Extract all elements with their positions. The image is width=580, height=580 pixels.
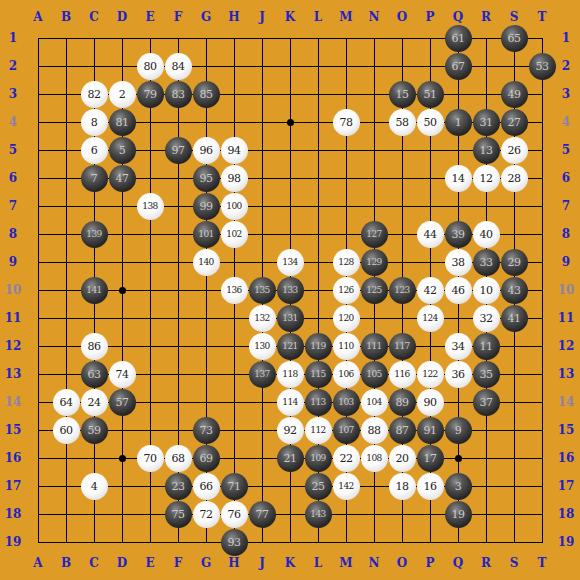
stone-white-S6: 28 <box>501 165 528 192</box>
move-number: 3 <box>455 480 462 493</box>
col-label-bottom: T <box>530 556 554 570</box>
move-number: 139 <box>86 229 102 239</box>
stone-white-C14: 24 <box>81 389 108 416</box>
stone-black-H19: 93 <box>221 529 248 556</box>
stone-black-N13: 105 <box>361 361 388 388</box>
stone-black-C15: 59 <box>81 417 108 444</box>
move-number: 103 <box>338 397 354 407</box>
stone-black-K12: 121 <box>277 333 304 360</box>
stone-white-M11: 120 <box>333 305 360 332</box>
col-label-top: H <box>222 10 246 24</box>
move-number: 29 <box>508 256 521 269</box>
move-number: 100 <box>226 201 242 211</box>
row-label-left: 18 <box>1 507 25 521</box>
stone-black-G3: 85 <box>193 81 220 108</box>
stone-black-Q18: 19 <box>445 501 472 528</box>
row-label-right: 14 <box>554 395 578 409</box>
move-number: 35 <box>480 368 493 381</box>
move-number: 27 <box>508 116 521 129</box>
col-label-top: Q <box>446 10 470 24</box>
move-number: 118 <box>282 369 298 379</box>
go-board[interactable]: AA11BB22CC33DD44EE55FF66GG77HH88JJ99KK10… <box>0 0 580 580</box>
stone-black-S3: 49 <box>501 81 528 108</box>
col-label-bottom: P <box>418 556 442 570</box>
col-label-bottom: G <box>194 556 218 570</box>
move-number: 33 <box>480 256 493 269</box>
move-number: 20 <box>396 452 409 465</box>
stone-black-R4: 31 <box>473 109 500 136</box>
move-number: 26 <box>508 144 521 157</box>
col-label-top: E <box>138 10 162 24</box>
col-label-top: B <box>54 10 78 24</box>
stone-black-P3: 51 <box>417 81 444 108</box>
stone-black-F5: 97 <box>165 137 192 164</box>
move-number: 68 <box>172 452 185 465</box>
move-number: 84 <box>172 60 185 73</box>
move-number: 99 <box>200 200 213 213</box>
move-number: 67 <box>452 60 465 73</box>
stone-black-T2: 53 <box>529 53 556 80</box>
move-number: 12 <box>480 172 493 185</box>
move-number: 131 <box>282 313 298 323</box>
stone-white-M17: 142 <box>333 473 360 500</box>
stone-white-O17: 18 <box>389 473 416 500</box>
stone-black-O12: 117 <box>389 333 416 360</box>
col-label-top: O <box>390 10 414 24</box>
row-label-right: 11 <box>554 311 578 325</box>
move-number: 60 <box>60 424 73 437</box>
stone-white-M16: 22 <box>333 445 360 472</box>
stone-white-E16: 70 <box>137 445 164 472</box>
move-number: 49 <box>508 88 521 101</box>
stone-black-M14: 103 <box>333 389 360 416</box>
move-number: 61 <box>452 32 465 45</box>
stone-black-Q17: 3 <box>445 473 472 500</box>
move-number: 43 <box>508 284 521 297</box>
move-number: 51 <box>424 88 437 101</box>
stone-black-L17: 25 <box>305 473 332 500</box>
col-label-bottom: N <box>362 556 386 570</box>
stone-white-O4: 58 <box>389 109 416 136</box>
move-number: 44 <box>424 228 437 241</box>
move-number: 129 <box>366 257 382 267</box>
move-number: 88 <box>368 424 381 437</box>
stone-black-Q2: 67 <box>445 53 472 80</box>
stone-white-C17: 4 <box>81 473 108 500</box>
stone-white-P11: 124 <box>417 305 444 332</box>
move-number: 116 <box>394 369 410 379</box>
col-label-bottom: J <box>250 556 274 570</box>
row-label-right: 12 <box>554 339 578 353</box>
move-number: 109 <box>310 453 326 463</box>
row-label-left: 16 <box>1 451 25 465</box>
move-number: 87 <box>396 424 409 437</box>
move-number: 2 <box>119 88 126 101</box>
stone-white-P10: 42 <box>417 277 444 304</box>
stone-black-N10: 125 <box>361 277 388 304</box>
move-number: 126 <box>338 285 354 295</box>
col-label-bottom: D <box>110 556 134 570</box>
row-label-right: 3 <box>554 87 578 101</box>
move-number: 122 <box>422 369 438 379</box>
star-point <box>119 455 126 462</box>
move-number: 38 <box>452 256 465 269</box>
move-number: 92 <box>284 424 297 437</box>
stone-white-Q13: 36 <box>445 361 472 388</box>
move-number: 58 <box>396 116 409 129</box>
row-label-right: 19 <box>554 535 578 549</box>
stone-black-S9: 29 <box>501 249 528 276</box>
stone-black-Q8: 39 <box>445 221 472 248</box>
stone-black-Q4: 1 <box>445 109 472 136</box>
move-number: 117 <box>394 341 410 351</box>
col-label-top: C <box>82 10 106 24</box>
stone-black-O3: 15 <box>389 81 416 108</box>
col-label-top: G <box>194 10 218 24</box>
stone-black-L12: 119 <box>305 333 332 360</box>
move-number: 4 <box>91 480 98 493</box>
row-label-left: 8 <box>1 227 25 241</box>
move-number: 57 <box>116 396 129 409</box>
move-number: 83 <box>172 88 185 101</box>
col-label-bottom: L <box>306 556 330 570</box>
stone-white-G9: 140 <box>193 249 220 276</box>
move-number: 13 <box>480 144 493 157</box>
move-number: 69 <box>200 452 213 465</box>
stone-black-S10: 43 <box>501 277 528 304</box>
stone-white-J11: 132 <box>249 305 276 332</box>
row-label-left: 11 <box>1 311 25 325</box>
move-number: 141 <box>86 285 102 295</box>
move-number: 85 <box>200 88 213 101</box>
move-number: 72 <box>200 508 213 521</box>
stone-white-N15: 88 <box>361 417 388 444</box>
stone-black-M15: 107 <box>333 417 360 444</box>
move-number: 28 <box>508 172 521 185</box>
stone-white-O16: 20 <box>389 445 416 472</box>
row-label-right: 9 <box>554 255 578 269</box>
star-point <box>455 455 462 462</box>
move-number: 94 <box>228 144 241 157</box>
stone-white-E2: 80 <box>137 53 164 80</box>
move-number: 110 <box>338 341 354 351</box>
stone-black-Q1: 61 <box>445 25 472 52</box>
row-label-right: 5 <box>554 143 578 157</box>
stone-black-R13: 35 <box>473 361 500 388</box>
stone-black-J18: 77 <box>249 501 276 528</box>
move-number: 32 <box>480 312 493 325</box>
row-label-left: 7 <box>1 199 25 213</box>
move-number: 79 <box>144 88 157 101</box>
move-number: 42 <box>424 284 437 297</box>
stone-white-P17: 16 <box>417 473 444 500</box>
stone-black-R14: 37 <box>473 389 500 416</box>
row-label-right: 6 <box>554 171 578 185</box>
star-point <box>287 119 294 126</box>
move-number: 66 <box>200 480 213 493</box>
col-label-top: F <box>166 10 190 24</box>
stone-black-L16: 109 <box>305 445 332 472</box>
stone-white-K13: 118 <box>277 361 304 388</box>
move-number: 112 <box>310 425 326 435</box>
move-number: 143 <box>310 509 326 519</box>
stone-white-M12: 110 <box>333 333 360 360</box>
stone-white-D3: 2 <box>109 81 136 108</box>
stone-black-R5: 13 <box>473 137 500 164</box>
stone-black-H17: 71 <box>221 473 248 500</box>
col-label-bottom: C <box>82 556 106 570</box>
col-label-bottom: K <box>278 556 302 570</box>
stone-white-P4: 50 <box>417 109 444 136</box>
col-label-bottom: R <box>474 556 498 570</box>
stone-black-R9: 33 <box>473 249 500 276</box>
row-label-left: 17 <box>1 479 25 493</box>
stone-white-H6: 98 <box>221 165 248 192</box>
stone-black-D5: 5 <box>109 137 136 164</box>
move-number: 71 <box>228 480 241 493</box>
stone-white-H18: 76 <box>221 501 248 528</box>
col-label-bottom: S <box>502 556 526 570</box>
move-number: 46 <box>452 284 465 297</box>
move-number: 59 <box>88 424 101 437</box>
stone-white-Q9: 38 <box>445 249 472 276</box>
stone-black-L18: 143 <box>305 501 332 528</box>
move-number: 9 <box>455 424 462 437</box>
stone-white-G5: 96 <box>193 137 220 164</box>
col-label-bottom: O <box>390 556 414 570</box>
move-number: 10 <box>480 284 493 297</box>
row-label-left: 14 <box>1 395 25 409</box>
row-label-left: 6 <box>1 171 25 185</box>
move-number: 22 <box>340 452 353 465</box>
move-number: 31 <box>480 116 493 129</box>
move-number: 7 <box>91 172 98 185</box>
stone-black-G6: 95 <box>193 165 220 192</box>
move-number: 134 <box>282 257 298 267</box>
stone-white-C3: 82 <box>81 81 108 108</box>
move-number: 17 <box>424 452 437 465</box>
stone-white-R6: 12 <box>473 165 500 192</box>
stone-white-M9: 128 <box>333 249 360 276</box>
move-number: 47 <box>116 172 129 185</box>
row-label-left: 2 <box>1 59 25 73</box>
row-label-left: 10 <box>1 283 25 297</box>
move-number: 50 <box>424 116 437 129</box>
row-label-left: 5 <box>1 143 25 157</box>
stone-white-D13: 74 <box>109 361 136 388</box>
stone-white-H5: 94 <box>221 137 248 164</box>
move-number: 133 <box>282 285 298 295</box>
stone-white-H10: 136 <box>221 277 248 304</box>
row-label-left: 3 <box>1 87 25 101</box>
move-number: 104 <box>366 397 382 407</box>
stone-white-R11: 32 <box>473 305 500 332</box>
move-number: 74 <box>116 368 129 381</box>
move-number: 21 <box>284 452 297 465</box>
move-number: 77 <box>256 508 269 521</box>
col-label-top: M <box>334 10 358 24</box>
stone-black-P15: 91 <box>417 417 444 444</box>
stone-black-D4: 81 <box>109 109 136 136</box>
col-label-bottom: F <box>166 556 190 570</box>
stone-black-D6: 47 <box>109 165 136 192</box>
col-label-top: P <box>418 10 442 24</box>
row-label-left: 19 <box>1 535 25 549</box>
stone-white-H8: 102 <box>221 221 248 248</box>
stone-black-Q15: 9 <box>445 417 472 444</box>
grid-line-horizontal <box>38 542 543 543</box>
stone-white-K15: 92 <box>277 417 304 444</box>
move-number: 93 <box>228 536 241 549</box>
stone-black-O14: 89 <box>389 389 416 416</box>
move-number: 39 <box>452 228 465 241</box>
stone-black-C13: 63 <box>81 361 108 388</box>
move-number: 75 <box>172 508 185 521</box>
col-label-top: S <box>502 10 526 24</box>
stone-white-K14: 114 <box>277 389 304 416</box>
move-number: 127 <box>366 229 382 239</box>
stone-black-S1: 65 <box>501 25 528 52</box>
move-number: 140 <box>198 257 214 267</box>
stone-white-Q10: 46 <box>445 277 472 304</box>
stone-white-R10: 10 <box>473 277 500 304</box>
col-label-bottom: A <box>26 556 50 570</box>
row-label-left: 12 <box>1 339 25 353</box>
move-number: 123 <box>394 285 410 295</box>
stone-black-E3: 79 <box>137 81 164 108</box>
row-label-right: 15 <box>554 423 578 437</box>
stone-white-F2: 84 <box>165 53 192 80</box>
stone-black-L13: 115 <box>305 361 332 388</box>
stone-black-G16: 69 <box>193 445 220 472</box>
stone-white-N14: 104 <box>361 389 388 416</box>
stone-white-P13: 122 <box>417 361 444 388</box>
stone-white-K9: 134 <box>277 249 304 276</box>
move-number: 8 <box>91 116 98 129</box>
stone-black-D14: 57 <box>109 389 136 416</box>
move-number: 40 <box>480 228 493 241</box>
move-number: 105 <box>366 369 382 379</box>
stone-white-E7: 138 <box>137 193 164 220</box>
move-number: 76 <box>228 508 241 521</box>
stone-black-G7: 99 <box>193 193 220 220</box>
move-number: 91 <box>424 424 437 437</box>
move-number: 98 <box>228 172 241 185</box>
move-number: 108 <box>366 453 382 463</box>
move-number: 128 <box>338 257 354 267</box>
stone-black-L14: 113 <box>305 389 332 416</box>
move-number: 41 <box>508 312 521 325</box>
move-number: 120 <box>338 313 354 323</box>
stone-white-P8: 44 <box>417 221 444 248</box>
stone-black-J13: 137 <box>249 361 276 388</box>
move-number: 73 <box>200 424 213 437</box>
move-number: 78 <box>340 116 353 129</box>
move-number: 115 <box>310 369 326 379</box>
row-label-right: 1 <box>554 31 578 45</box>
move-number: 36 <box>452 368 465 381</box>
move-number: 102 <box>226 229 242 239</box>
row-label-left: 15 <box>1 423 25 437</box>
stone-black-S4: 27 <box>501 109 528 136</box>
row-label-left: 4 <box>1 115 25 129</box>
col-label-top: J <box>250 10 274 24</box>
stone-black-S11: 41 <box>501 305 528 332</box>
stone-white-M10: 126 <box>333 277 360 304</box>
move-number: 19 <box>452 508 465 521</box>
move-number: 34 <box>452 340 465 353</box>
stone-white-C12: 86 <box>81 333 108 360</box>
col-label-top: D <box>110 10 134 24</box>
move-number: 37 <box>480 396 493 409</box>
move-number: 132 <box>254 313 270 323</box>
row-label-right: 2 <box>554 59 578 73</box>
move-number: 65 <box>508 32 521 45</box>
stone-white-N16: 108 <box>361 445 388 472</box>
stone-white-F16: 68 <box>165 445 192 472</box>
grid-line-vertical <box>542 38 543 543</box>
stone-black-K11: 131 <box>277 305 304 332</box>
move-number: 97 <box>172 144 185 157</box>
move-number: 107 <box>338 425 354 435</box>
col-label-bottom: B <box>54 556 78 570</box>
row-label-right: 4 <box>554 115 578 129</box>
row-label-left: 1 <box>1 31 25 45</box>
row-label-right: 10 <box>554 283 578 297</box>
star-point <box>119 287 126 294</box>
stone-white-C5: 6 <box>81 137 108 164</box>
stone-black-G15: 73 <box>193 417 220 444</box>
move-number: 80 <box>144 60 157 73</box>
stone-black-C8: 139 <box>81 221 108 248</box>
col-label-bottom: H <box>222 556 246 570</box>
move-number: 63 <box>88 368 101 381</box>
move-number: 111 <box>366 341 382 351</box>
col-label-bottom: M <box>334 556 358 570</box>
col-label-top: R <box>474 10 498 24</box>
move-number: 124 <box>422 313 438 323</box>
col-label-top: L <box>306 10 330 24</box>
move-number: 64 <box>60 396 73 409</box>
stone-white-J12: 130 <box>249 333 276 360</box>
col-label-bottom: E <box>138 556 162 570</box>
stone-white-B15: 60 <box>53 417 80 444</box>
stone-white-P14: 90 <box>417 389 444 416</box>
stone-white-G17: 66 <box>193 473 220 500</box>
stone-black-K16: 21 <box>277 445 304 472</box>
move-number: 16 <box>424 480 437 493</box>
move-number: 14 <box>452 172 465 185</box>
move-number: 6 <box>91 144 98 157</box>
move-number: 90 <box>424 396 437 409</box>
row-label-right: 8 <box>554 227 578 241</box>
stone-white-L15: 112 <box>305 417 332 444</box>
stone-white-S5: 26 <box>501 137 528 164</box>
move-number: 96 <box>200 144 213 157</box>
stone-white-M13: 106 <box>333 361 360 388</box>
move-number: 119 <box>310 341 326 351</box>
move-number: 114 <box>282 397 298 407</box>
stone-black-N12: 111 <box>361 333 388 360</box>
col-label-top: T <box>530 10 554 24</box>
stone-white-O13: 116 <box>389 361 416 388</box>
move-number: 25 <box>312 480 325 493</box>
move-number: 137 <box>254 369 270 379</box>
stone-black-R12: 11 <box>473 333 500 360</box>
move-number: 95 <box>200 172 213 185</box>
move-number: 11 <box>480 340 493 353</box>
stone-white-Q6: 14 <box>445 165 472 192</box>
